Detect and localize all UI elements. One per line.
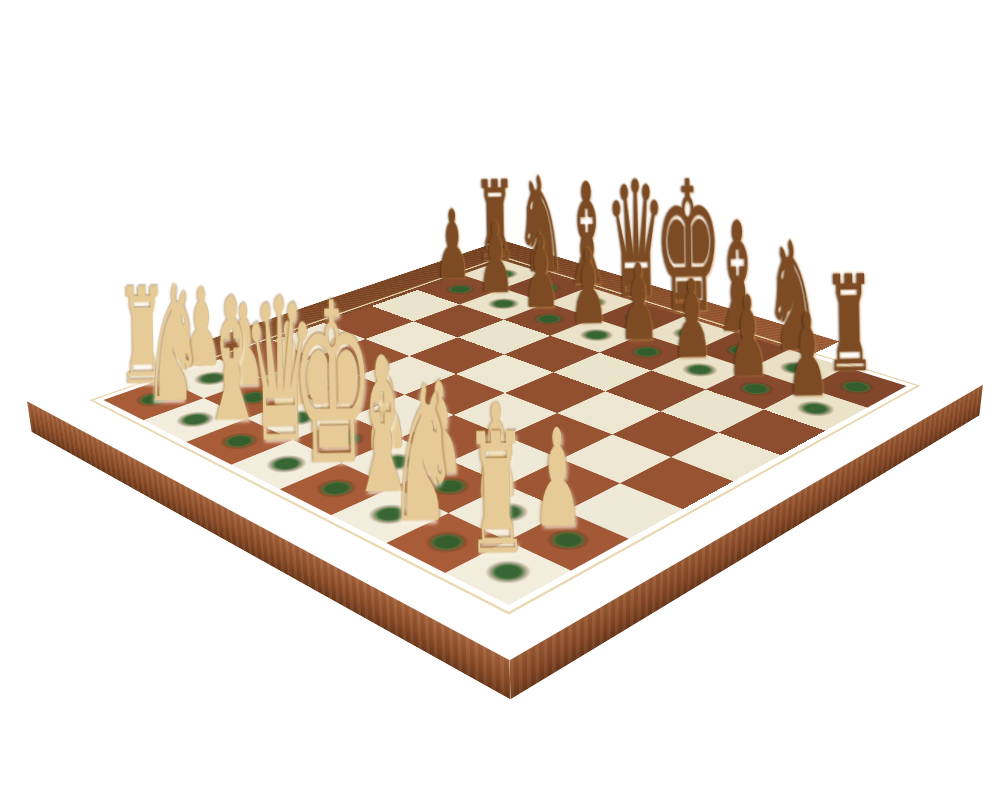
- chessboard-grid: ♜♞♝♛♚♝♞♜♟♟♟♟♟♟♟♟♟♟♟♟♟♟♟♟♜♞♝♛♚♝♞♜: [103, 260, 906, 605]
- piece-white-knight[interactable]: ♞: [156, 264, 204, 425]
- piece-black-rook[interactable]: ♜: [824, 258, 871, 392]
- piece-white-bishop[interactable]: ♝: [198, 276, 248, 447]
- piece-black-pawn[interactable]: ♟: [617, 249, 661, 355]
- chess-board-3d: ♜♞♝♛♚♝♞♜♟♟♟♟♟♟♟♟♟♟♟♟♟♟♟♟♜♞♝♛♚♝♞♜: [27, 240, 983, 660]
- piece-black-pawn[interactable]: ♟: [669, 264, 714, 373]
- piece-black-pawn[interactable]: ♟: [784, 297, 832, 413]
- piece-white-knight[interactable]: ♞: [402, 361, 459, 550]
- piece-black-pawn[interactable]: ♟: [475, 209, 515, 307]
- product-photo-background: ♜♞♝♛♚♝♞♜♟♟♟♟♟♟♟♟♟♟♟♟♟♟♟♟♜♞♝♛♚♝♞♜: [0, 0, 1000, 800]
- piece-white-king[interactable]: ♚: [289, 273, 343, 496]
- piece-white-queen[interactable]: ♛: [242, 273, 294, 471]
- piece-black-pawn[interactable]: ♟: [433, 196, 472, 292]
- piece-black-pawn[interactable]: ♟: [520, 221, 561, 322]
- board-frame: ♜♞♝♛♚♝♞♜♟♟♟♟♟♟♟♟♟♟♟♟♟♟♟♟♜♞♝♛♚♝♞♜: [27, 240, 983, 660]
- piece-black-pawn[interactable]: ♟: [725, 280, 771, 392]
- piece-white-rook[interactable]: ♜: [465, 412, 523, 579]
- piece-black-pawn[interactable]: ♟: [567, 235, 609, 338]
- piece-white-pawn[interactable]: ♟: [529, 410, 585, 546]
